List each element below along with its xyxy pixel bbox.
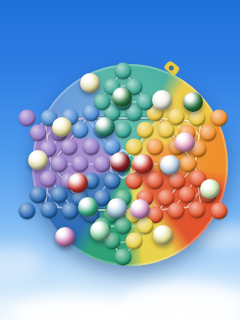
marble-pale-yellow[interactable] — [28, 150, 48, 170]
marble-pale-yellow[interactable] — [52, 117, 72, 137]
popit-bubble[interactable] — [30, 125, 47, 142]
popit-bubble[interactable] — [115, 121, 132, 138]
scene — [0, 0, 240, 320]
popit-bubble[interactable] — [19, 109, 36, 126]
popit-bubble[interactable] — [210, 109, 227, 126]
popit-bubble[interactable] — [147, 138, 164, 155]
marble-cream[interactable] — [80, 73, 100, 93]
marble-teal-green[interactable] — [95, 117, 115, 137]
marble-dark-red[interactable] — [110, 152, 130, 172]
marble-light-blue[interactable] — [107, 198, 127, 218]
popit-bubble[interactable] — [104, 173, 121, 190]
popit-bubble[interactable] — [147, 173, 164, 190]
marble-pink[interactable] — [175, 132, 195, 152]
popit-bubble[interactable] — [93, 156, 110, 173]
marble-orchid-pink[interactable] — [130, 199, 150, 219]
marble-mint-green[interactable] — [90, 221, 110, 241]
popit-bubble[interactable] — [61, 202, 78, 219]
marble-dark-green[interactable] — [112, 87, 132, 107]
marble-red[interactable] — [133, 154, 153, 174]
marble-pale-yellow[interactable] — [153, 225, 173, 245]
popit-bubble[interactable] — [40, 202, 57, 219]
popit-bubble[interactable] — [125, 138, 142, 155]
popit-bubble[interactable] — [115, 218, 132, 235]
marble-pale-green[interactable] — [200, 179, 220, 199]
popit-bubble[interactable] — [50, 156, 67, 173]
popit-bubble[interactable] — [125, 233, 142, 250]
popit-bubble[interactable] — [30, 186, 47, 203]
popit-bubble[interactable] — [19, 202, 36, 219]
popit-bubble[interactable] — [210, 202, 227, 219]
popit-bubble[interactable] — [51, 187, 68, 204]
popit-bubble[interactable] — [189, 202, 206, 219]
popit-bubble[interactable] — [136, 94, 153, 111]
popit-bubble[interactable] — [93, 94, 110, 111]
marble-orchid[interactable] — [55, 227, 75, 247]
popit-bubble[interactable] — [40, 171, 57, 188]
popit-bubble[interactable] — [72, 156, 89, 173]
popit-bubble[interactable] — [168, 202, 185, 219]
marble-spring-green[interactable] — [78, 197, 98, 217]
popit-bubble[interactable] — [125, 173, 142, 190]
marble-ivory[interactable] — [152, 90, 172, 110]
popit-bubble[interactable] — [168, 109, 185, 126]
popit-bubble[interactable] — [115, 63, 132, 80]
popit-bubble[interactable] — [136, 218, 153, 235]
marble-dark-green[interactable] — [183, 92, 203, 112]
marble-red[interactable] — [68, 173, 88, 193]
hanger-hole — [168, 64, 175, 71]
popit-bubble[interactable] — [178, 187, 195, 204]
popit-bubble[interactable] — [199, 125, 216, 142]
popit-bubble[interactable] — [136, 121, 153, 138]
popit-bubble[interactable] — [82, 138, 99, 155]
popit-bubble[interactable] — [179, 156, 196, 173]
marble-light-blue[interactable] — [160, 155, 180, 175]
popit-bubble[interactable] — [61, 138, 78, 155]
popit-bubble[interactable] — [115, 249, 132, 266]
